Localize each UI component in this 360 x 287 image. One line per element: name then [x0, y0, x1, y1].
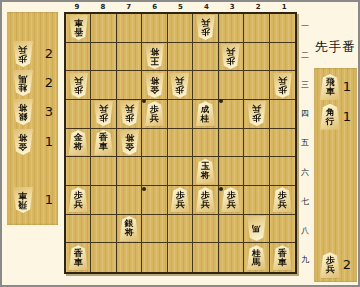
board-cell[interactable]: 歩兵 [270, 71, 295, 100]
board-cell[interactable]: 歩兵 [244, 100, 269, 129]
board-cell[interactable] [168, 215, 193, 244]
hoshi-point [142, 187, 146, 191]
board-cell[interactable] [66, 215, 91, 244]
rank-label: 一 [298, 12, 312, 41]
piece-gote-pawn[interactable]: 歩兵 [272, 73, 293, 98]
piece-gote-lance[interactable]: 香車 [68, 15, 89, 40]
board-cell[interactable] [142, 215, 167, 244]
piece-gote-silver[interactable]: 銀将 [12, 99, 34, 125]
piece-gote-pawn[interactable]: 歩兵 [12, 41, 34, 67]
hoshi-point [219, 99, 223, 103]
board-cell[interactable] [66, 43, 91, 72]
file-label: 3 [219, 2, 245, 12]
piece-sente-pawn[interactable]: 歩兵 [195, 187, 216, 212]
rank-labels: 一二三四五六七八九 [298, 12, 312, 274]
piece-gote-pawn[interactable]: 歩兵 [195, 15, 216, 40]
board-cell[interactable] [168, 14, 193, 43]
board-cell[interactable]: 歩兵 [193, 14, 218, 43]
piece-sente-knight[interactable]: 桂馬 [246, 245, 267, 270]
sente-hand-row: 歩兵2 [314, 252, 357, 279]
board-cell[interactable]: 香車 [91, 129, 116, 158]
captured-count: 1 [42, 134, 56, 149]
board-cell[interactable] [168, 100, 193, 129]
gote-hand-row: 歩兵2 [7, 41, 58, 68]
file-label: 4 [193, 2, 219, 12]
board-cell[interactable] [270, 43, 295, 72]
board-cell[interactable] [91, 71, 116, 100]
board-cell[interactable] [117, 14, 142, 43]
board-cell[interactable] [219, 100, 244, 129]
rank-label: 三 [298, 70, 312, 99]
board-cell[interactable] [244, 71, 269, 100]
board-cell[interactable] [91, 215, 116, 244]
gote-hand-row: 桂馬2 [7, 70, 58, 97]
board-cell[interactable] [219, 215, 244, 244]
board-cell[interactable] [193, 243, 218, 272]
board-cell[interactable] [244, 43, 269, 72]
board-cell[interactable]: 馬 [244, 215, 269, 244]
board-cell[interactable]: 金将 [117, 129, 142, 158]
board-cell[interactable]: 銀将 [117, 215, 142, 244]
file-labels: 987654321 [64, 2, 297, 12]
board-cell[interactable] [142, 157, 167, 186]
board-cell[interactable] [193, 71, 218, 100]
board-cell[interactable]: 王将 [142, 43, 167, 72]
captured-count: 1 [340, 109, 354, 124]
board-cell[interactable] [244, 14, 269, 43]
piece-sente-lance[interactable]: 香車 [93, 130, 114, 155]
board-cell[interactable] [193, 215, 218, 244]
piece-sente-pawn[interactable]: 歩兵 [319, 252, 341, 278]
piece-sente-promoted-knight[interactable]: 成桂 [195, 101, 216, 126]
piece-gote-promoted-bishop[interactable]: 馬 [246, 216, 267, 241]
board-cell[interactable] [117, 186, 142, 215]
gote-hand-row: 金将1 [7, 129, 58, 156]
sente-captured-tray: 飛車1角行1歩兵2 [314, 68, 357, 282]
board-cell[interactable] [142, 243, 167, 272]
piece-sente-pawn[interactable]: 歩兵 [68, 187, 89, 212]
board-cell[interactable] [244, 129, 269, 158]
board-cell[interactable] [244, 186, 269, 215]
board-cell[interactable]: 金将 [142, 71, 167, 100]
board-cell[interactable] [270, 129, 295, 158]
board-cell[interactable]: 香車 [270, 243, 295, 272]
board-cell[interactable] [193, 43, 218, 72]
rank-label: 八 [298, 216, 312, 245]
file-label: 7 [116, 2, 142, 12]
piece-gote-pawn[interactable]: 歩兵 [119, 101, 140, 126]
piece-gote-gold[interactable]: 金将 [12, 129, 34, 155]
board-cell[interactable]: 金将 [66, 129, 91, 158]
board-cell[interactable]: 成桂 [193, 100, 218, 129]
board-cell[interactable] [142, 129, 167, 158]
piece-sente-pawn[interactable]: 歩兵 [169, 187, 190, 212]
board-cell[interactable] [219, 129, 244, 158]
board-cell[interactable]: 歩兵 [117, 100, 142, 129]
gote-hand-row: 銀将3 [7, 99, 58, 126]
board-cell[interactable] [117, 243, 142, 272]
piece-sente-lance[interactable]: 香車 [272, 245, 293, 270]
captured-count: 2 [340, 257, 354, 272]
board-cell[interactable]: 歩兵 [66, 186, 91, 215]
file-label: 2 [245, 2, 271, 12]
board-cell[interactable]: 桂馬 [244, 243, 269, 272]
sente-hand-row: 角行1 [314, 104, 357, 131]
piece-gote-pawn[interactable]: 歩兵 [220, 44, 241, 69]
file-label: 8 [90, 2, 116, 12]
piece-gote-rook[interactable]: 飛車 [12, 187, 34, 213]
piece-gote-pawn[interactable]: 歩兵 [246, 101, 267, 126]
board-cell[interactable]: 歩兵 [66, 71, 91, 100]
rank-label: 二 [298, 41, 312, 70]
board-cell[interactable] [117, 43, 142, 72]
board-cell[interactable] [91, 43, 116, 72]
piece-sente-rook[interactable]: 飛車 [319, 74, 341, 100]
rank-label: 五 [298, 128, 312, 157]
rank-label: 四 [298, 99, 312, 128]
board-cell[interactable]: 玉将 [193, 157, 218, 186]
board-cell[interactable] [168, 157, 193, 186]
board-cell[interactable]: 歩兵 [168, 71, 193, 100]
gote-captured-tray: 歩兵2桂馬2銀将3金将1飛車1 [7, 12, 58, 225]
board-cell[interactable] [91, 14, 116, 43]
board-cell[interactable] [117, 157, 142, 186]
board-cell[interactable]: 歩兵 [168, 186, 193, 215]
file-label: 9 [64, 2, 90, 12]
board-cell[interactable] [193, 129, 218, 158]
piece-sente-pawn[interactable]: 歩兵 [144, 101, 165, 126]
board-cell[interactable] [270, 100, 295, 129]
hoshi-point [219, 187, 223, 191]
piece-gote-knight[interactable]: 桂馬 [12, 70, 34, 96]
file-label: 5 [168, 2, 194, 12]
captured-count: 1 [42, 192, 56, 207]
piece-sente-lance[interactable]: 香車 [68, 245, 89, 270]
piece-sente-silver[interactable]: 銀将 [119, 216, 140, 241]
hoshi-point [142, 99, 146, 103]
file-label: 1 [271, 2, 297, 12]
piece-gote-gold[interactable]: 金将 [144, 73, 165, 98]
piece-gote-pawn[interactable]: 歩兵 [93, 101, 114, 126]
board-cell[interactable]: 香車 [66, 243, 91, 272]
piece-sente-pawn[interactable]: 歩兵 [220, 187, 241, 212]
rank-label: 六 [298, 158, 312, 187]
board-cell[interactable]: 歩兵 [91, 100, 116, 129]
board-cell[interactable]: 香車 [66, 14, 91, 43]
board-cell[interactable]: 歩兵 [142, 100, 167, 129]
board-cell[interactable] [168, 243, 193, 272]
board-cell[interactable]: 歩兵 [270, 186, 295, 215]
gote-hand-row: 飛車1 [7, 187, 58, 214]
board-cell[interactable] [168, 43, 193, 72]
board-cell[interactable] [91, 243, 116, 272]
rank-label: 七 [298, 187, 312, 216]
file-label: 6 [142, 2, 168, 12]
board-cell[interactable]: 歩兵 [193, 186, 218, 215]
captured-count: 1 [340, 79, 354, 94]
piece-sente-king[interactable]: 玉将 [195, 159, 216, 184]
piece-sente-pawn[interactable]: 歩兵 [272, 187, 293, 212]
piece-gote-pawn[interactable]: 歩兵 [169, 73, 190, 98]
board-cell[interactable] [270, 157, 295, 186]
board-cell[interactable] [142, 14, 167, 43]
board-cell[interactable] [91, 186, 116, 215]
board-cell[interactable] [219, 243, 244, 272]
board-cell[interactable] [66, 157, 91, 186]
shogi-diagram: 987654321 歩兵2桂馬2銀将3金将1飛車1 香車歩兵王将歩兵歩兵金将歩兵… [0, 0, 360, 287]
board-cell[interactable] [117, 71, 142, 100]
board-grid: 香車歩兵王将歩兵歩兵金将歩兵歩兵歩兵歩兵歩兵成桂歩兵金将香車金将玉将歩兵歩兵歩兵… [64, 12, 297, 274]
board-cell[interactable] [219, 71, 244, 100]
turn-indicator: 先手番 [315, 39, 356, 56]
board-cell[interactable] [219, 14, 244, 43]
board-cell[interactable] [66, 100, 91, 129]
board-cell[interactable] [91, 157, 116, 186]
board-cell[interactable] [219, 157, 244, 186]
board-cell[interactable]: 歩兵 [219, 43, 244, 72]
piece-gote-pawn[interactable]: 歩兵 [68, 73, 89, 98]
board-cell[interactable] [270, 215, 295, 244]
rank-label: 九 [298, 245, 312, 274]
piece-sente-bishop[interactable]: 角行 [319, 104, 341, 130]
board-cell[interactable] [168, 129, 193, 158]
piece-gote-king[interactable]: 王将 [144, 44, 165, 69]
board-cell[interactable] [270, 14, 295, 43]
board-cell[interactable] [142, 186, 167, 215]
captured-count: 2 [42, 46, 56, 61]
captured-count: 3 [42, 104, 56, 119]
captured-count: 2 [42, 75, 56, 90]
piece-sente-gold[interactable]: 金将 [68, 130, 89, 155]
board-cell[interactable] [244, 157, 269, 186]
piece-gote-gold[interactable]: 金将 [119, 130, 140, 155]
sente-hand-row: 飛車1 [314, 74, 357, 101]
